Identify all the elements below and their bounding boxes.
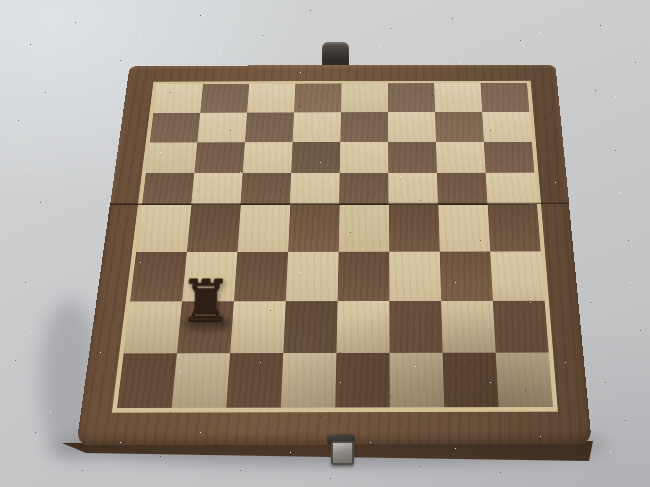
board-grid-far bbox=[142, 83, 537, 205]
square-d5[interactable] bbox=[290, 173, 340, 205]
square-g7[interactable] bbox=[435, 112, 484, 142]
square-a7[interactable] bbox=[150, 113, 200, 143]
square-g4[interactable] bbox=[438, 205, 490, 252]
square-a5[interactable] bbox=[142, 173, 194, 205]
square-h5[interactable] bbox=[486, 173, 537, 205]
square-a1[interactable] bbox=[117, 353, 177, 408]
square-f6[interactable] bbox=[388, 142, 437, 173]
square-c1[interactable] bbox=[226, 353, 283, 408]
square-h3[interactable] bbox=[490, 251, 544, 300]
square-e4[interactable] bbox=[339, 205, 390, 252]
square-d1[interactable] bbox=[281, 353, 337, 408]
square-d7[interactable] bbox=[293, 112, 341, 142]
photo-scene: ♜ bbox=[0, 0, 650, 487]
square-b5[interactable] bbox=[191, 173, 243, 205]
square-g6[interactable] bbox=[436, 142, 486, 173]
square-g3[interactable] bbox=[440, 252, 493, 301]
square-h7[interactable] bbox=[482, 112, 532, 142]
square-e7[interactable] bbox=[340, 112, 388, 142]
square-d3[interactable] bbox=[286, 252, 339, 301]
square-d6[interactable] bbox=[291, 142, 340, 173]
square-h4[interactable] bbox=[488, 205, 541, 252]
square-f4[interactable] bbox=[389, 205, 440, 252]
square-b1[interactable] bbox=[172, 353, 231, 408]
square-h8[interactable] bbox=[481, 83, 530, 112]
photo-noise-dark bbox=[0, 0, 1, 1]
square-e1[interactable] bbox=[335, 353, 389, 408]
hinge-icon bbox=[322, 42, 349, 68]
board-half-far bbox=[110, 65, 569, 205]
black-rook[interactable]: ♜ bbox=[176, 270, 236, 332]
square-h6[interactable] bbox=[484, 142, 534, 173]
square-f1[interactable] bbox=[390, 353, 445, 408]
maple-inlay-far bbox=[138, 81, 541, 205]
square-b4[interactable] bbox=[187, 205, 241, 252]
square-d2[interactable] bbox=[283, 301, 337, 353]
square-d8[interactable] bbox=[294, 84, 342, 113]
square-g2[interactable] bbox=[441, 301, 496, 353]
square-b7[interactable] bbox=[197, 113, 247, 143]
square-c4[interactable] bbox=[237, 205, 290, 252]
square-f5[interactable] bbox=[388, 173, 438, 205]
clasp-latch[interactable] bbox=[331, 441, 354, 465]
square-a2[interactable] bbox=[124, 301, 182, 353]
square-e8[interactable] bbox=[341, 83, 388, 112]
square-e6[interactable] bbox=[340, 142, 389, 173]
square-g5[interactable] bbox=[437, 173, 487, 205]
square-f3[interactable] bbox=[389, 252, 441, 301]
square-c5[interactable] bbox=[240, 173, 291, 205]
square-f8[interactable] bbox=[388, 83, 435, 112]
square-c8[interactable] bbox=[247, 84, 295, 113]
square-c2[interactable] bbox=[230, 301, 286, 353]
square-e5[interactable] bbox=[339, 173, 388, 205]
square-b6[interactable] bbox=[194, 142, 245, 173]
square-c6[interactable] bbox=[243, 142, 293, 173]
square-h1[interactable] bbox=[496, 353, 553, 408]
square-a8[interactable] bbox=[153, 84, 203, 113]
square-d4[interactable] bbox=[288, 205, 340, 252]
square-c7[interactable] bbox=[245, 112, 294, 142]
square-g8[interactable] bbox=[434, 83, 482, 112]
square-a6[interactable] bbox=[146, 142, 197, 173]
square-f7[interactable] bbox=[388, 112, 436, 142]
square-e3[interactable] bbox=[338, 252, 390, 301]
photo-noise-light bbox=[0, 0, 1, 1]
square-a4[interactable] bbox=[136, 205, 191, 252]
square-b8[interactable] bbox=[200, 84, 249, 113]
square-h2[interactable] bbox=[493, 301, 549, 353]
square-e2[interactable] bbox=[336, 301, 389, 353]
board-half-near bbox=[76, 204, 592, 445]
square-c3[interactable] bbox=[234, 252, 288, 301]
square-f2[interactable] bbox=[389, 301, 442, 353]
square-g1[interactable] bbox=[443, 353, 499, 408]
